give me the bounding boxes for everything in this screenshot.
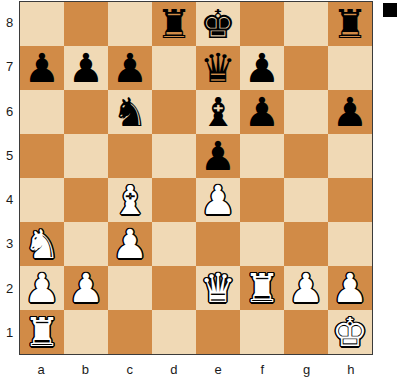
square-h5[interactable] [328, 134, 372, 178]
file-label-f: f [240, 356, 284, 384]
square-c2[interactable] [108, 266, 152, 310]
black-queen-icon: ♛︎ [200, 48, 236, 88]
square-c7[interactable]: ♟︎ [108, 46, 152, 90]
rank-label-3: 3 [0, 222, 19, 266]
square-a7[interactable]: ♟︎ [20, 46, 64, 90]
square-d7[interactable] [152, 46, 196, 90]
square-f7[interactable]: ♟︎ [240, 46, 284, 90]
square-c1[interactable] [108, 310, 152, 354]
square-a6[interactable] [20, 90, 64, 134]
square-d2[interactable] [152, 266, 196, 310]
square-g5[interactable] [284, 134, 328, 178]
file-label-b: b [63, 356, 107, 384]
square-b5[interactable] [64, 134, 108, 178]
black-bishop-icon: ♝︎ [200, 92, 236, 132]
square-h6[interactable]: ♟︎ [328, 90, 372, 134]
rank-label-5: 5 [0, 134, 19, 178]
square-a1[interactable]: ♜︎ [20, 310, 64, 354]
square-f1[interactable] [240, 310, 284, 354]
square-f8[interactable] [240, 2, 284, 46]
white-knight-icon: ♞︎ [24, 224, 60, 264]
square-a3[interactable]: ♞︎ [20, 222, 64, 266]
black-pawn-icon: ♟︎ [244, 48, 280, 88]
rank-label-1: 1 [0, 311, 19, 355]
square-b6[interactable] [64, 90, 108, 134]
square-e2[interactable]: ♛︎ [196, 266, 240, 310]
file-label-e: e [196, 356, 240, 384]
square-c5[interactable] [108, 134, 152, 178]
square-e8[interactable]: ♚︎ [196, 2, 240, 46]
square-g8[interactable] [284, 2, 328, 46]
square-e7[interactable]: ♛︎ [196, 46, 240, 90]
square-d4[interactable] [152, 178, 196, 222]
black-rook-icon: ♜︎ [332, 4, 368, 44]
square-d5[interactable] [152, 134, 196, 178]
black-pawn-icon: ♟︎ [200, 136, 236, 176]
file-label-h: h [329, 356, 373, 384]
square-b3[interactable] [64, 222, 108, 266]
black-rook-icon: ♜︎ [156, 4, 192, 44]
white-pawn-icon: ♟︎ [288, 268, 324, 308]
black-pawn-icon: ♟︎ [24, 48, 60, 88]
square-e1[interactable] [196, 310, 240, 354]
file-label-c: c [108, 356, 152, 384]
white-pawn-icon: ♟︎ [68, 268, 104, 308]
square-g2[interactable]: ♟︎ [284, 266, 328, 310]
black-king-icon: ♚︎ [200, 4, 236, 44]
square-h3[interactable] [328, 222, 372, 266]
square-g3[interactable] [284, 222, 328, 266]
square-g6[interactable] [284, 90, 328, 134]
square-h2[interactable]: ♟︎ [328, 266, 372, 310]
square-f4[interactable] [240, 178, 284, 222]
square-d3[interactable] [152, 222, 196, 266]
square-b8[interactable] [64, 2, 108, 46]
white-king-icon: ♚︎ [332, 312, 368, 352]
square-g4[interactable] [284, 178, 328, 222]
square-g7[interactable] [284, 46, 328, 90]
square-h8[interactable]: ♜︎ [328, 2, 372, 46]
black-pawn-icon: ♟︎ [332, 92, 368, 132]
square-h4[interactable] [328, 178, 372, 222]
square-a4[interactable] [20, 178, 64, 222]
square-b1[interactable] [64, 310, 108, 354]
square-e4[interactable]: ♟︎ [196, 178, 240, 222]
rank-label-6: 6 [0, 90, 19, 134]
white-pawn-icon: ♟︎ [112, 224, 148, 264]
white-pawn-icon: ♟︎ [24, 268, 60, 308]
square-h1[interactable]: ♚︎ [328, 310, 372, 354]
file-label-d: d [152, 356, 196, 384]
file-label-g: g [285, 356, 329, 384]
square-c3[interactable]: ♟︎ [108, 222, 152, 266]
white-rook-icon: ♜︎ [244, 268, 280, 308]
black-pawn-icon: ♟︎ [244, 92, 280, 132]
rank-label-7: 7 [0, 45, 19, 89]
square-f6[interactable]: ♟︎ [240, 90, 284, 134]
black-to-move-indicator [383, 3, 397, 17]
white-queen-icon: ♛︎ [200, 268, 236, 308]
square-f5[interactable] [240, 134, 284, 178]
white-pawn-icon: ♟︎ [332, 268, 368, 308]
square-a2[interactable]: ♟︎ [20, 266, 64, 310]
square-f2[interactable]: ♜︎ [240, 266, 284, 310]
square-c8[interactable] [108, 2, 152, 46]
square-c4[interactable]: ♝︎ [108, 178, 152, 222]
rank-label-2: 2 [0, 267, 19, 311]
square-b2[interactable]: ♟︎ [64, 266, 108, 310]
square-e5[interactable]: ♟︎ [196, 134, 240, 178]
square-a8[interactable] [20, 2, 64, 46]
white-bishop-icon: ♝︎ [112, 180, 148, 220]
white-rook-icon: ♜︎ [24, 312, 60, 352]
chess-board: ♜︎♚︎♜︎♟︎♟︎♟︎♛︎♟︎♞︎♝︎♟︎♟︎♟︎♝︎♟︎♞︎♟︎♟︎♟︎♛︎… [19, 1, 373, 355]
square-b7[interactable]: ♟︎ [64, 46, 108, 90]
square-f3[interactable] [240, 222, 284, 266]
chess-position-diagram: 87654321 ♜︎♚︎♜︎♟︎♟︎♟︎♛︎♟︎♞︎♝︎♟︎♟︎♟︎♝︎♟︎♞… [0, 0, 400, 387]
rank-label-8: 8 [0, 1, 19, 45]
square-e6[interactable]: ♝︎ [196, 90, 240, 134]
square-d1[interactable] [152, 310, 196, 354]
black-knight-icon: ♞︎ [112, 92, 148, 132]
file-label-a: a [19, 356, 63, 384]
square-d6[interactable] [152, 90, 196, 134]
rank-labels: 87654321 [0, 1, 19, 355]
square-d8[interactable]: ♜︎ [152, 2, 196, 46]
square-g1[interactable] [284, 310, 328, 354]
square-h7[interactable] [328, 46, 372, 90]
square-a5[interactable] [20, 134, 64, 178]
black-pawn-icon: ♟︎ [112, 48, 148, 88]
square-e3[interactable] [196, 222, 240, 266]
square-b4[interactable] [64, 178, 108, 222]
square-c6[interactable]: ♞︎ [108, 90, 152, 134]
black-pawn-icon: ♟︎ [68, 48, 104, 88]
file-labels: abcdefgh [19, 356, 373, 384]
rank-label-4: 4 [0, 178, 19, 222]
white-pawn-icon: ♟︎ [200, 180, 236, 220]
